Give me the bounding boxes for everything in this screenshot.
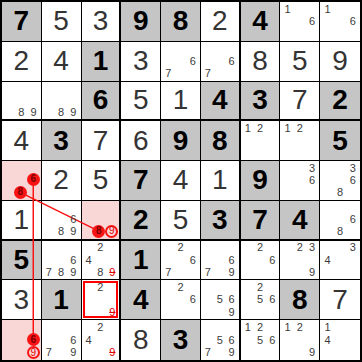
candidate-6: 6 bbox=[266, 334, 278, 347]
given-digit: 4 bbox=[212, 86, 228, 114]
candidate-1: 1 bbox=[242, 321, 254, 334]
cell-r2c3[interactable]: 1 bbox=[82, 42, 122, 82]
candidate-2: 2 bbox=[94, 281, 106, 293]
cell-r7c2[interactable]: 6789 bbox=[42, 241, 82, 281]
cell-r6c2[interactable]: 689 bbox=[42, 201, 82, 241]
candidate-2: 2 bbox=[254, 242, 266, 254]
cell-r7c3[interactable]: 2489 bbox=[82, 241, 122, 281]
cell-r3c1[interactable]: 89 bbox=[2, 82, 42, 122]
cell-r7c9[interactable]: 34 bbox=[320, 241, 360, 281]
circled-candidate-6: 6 bbox=[27, 333, 40, 346]
solved-digit: 4 bbox=[53, 47, 69, 75]
candidates-grid: 68 bbox=[2, 161, 41, 200]
given-digit: 4 bbox=[292, 206, 308, 234]
candidate-9: 9 bbox=[226, 346, 238, 359]
circled-candidate-6: 6 bbox=[27, 173, 40, 186]
cell-r6c3[interactable]: 89 bbox=[82, 201, 122, 241]
candidate-7: 7 bbox=[162, 266, 174, 278]
cell-r5c4[interactable]: 7 bbox=[121, 161, 161, 201]
candidates-grid: 1256 bbox=[241, 320, 280, 360]
solved-digit: 4 bbox=[14, 127, 30, 155]
cell-r3c4[interactable]: 5 bbox=[121, 82, 161, 122]
solved-digit: 2 bbox=[212, 7, 228, 35]
given-digit: 1 bbox=[53, 286, 69, 314]
eliminated-candidate-9: 9 bbox=[106, 306, 118, 318]
cell-r9c2[interactable]: 679 bbox=[42, 320, 82, 360]
candidate-5: 5 bbox=[254, 294, 266, 306]
candidates-grid: 249 bbox=[82, 320, 120, 360]
given-digit: 9 bbox=[173, 127, 189, 155]
candidate-6: 6 bbox=[346, 15, 359, 27]
given-digit: 6 bbox=[93, 86, 109, 114]
solved-digit: 8 bbox=[133, 326, 149, 354]
cell-r1c3[interactable]: 3 bbox=[82, 2, 122, 42]
candidates-grid: 368 bbox=[320, 161, 360, 200]
candidate-6: 6 bbox=[346, 214, 359, 226]
candidate-4: 4 bbox=[321, 254, 334, 266]
solved-digit: 4 bbox=[173, 166, 189, 194]
candidate-6: 6 bbox=[306, 15, 318, 27]
candidate-9: 9 bbox=[67, 106, 79, 118]
cell-r7c5[interactable]: 267 bbox=[161, 241, 201, 281]
candidates-grid: 89 bbox=[82, 201, 120, 239]
candidate-8: 8 bbox=[55, 266, 67, 278]
given-digit: 2 bbox=[332, 86, 348, 114]
cell-r6c5[interactable]: 5 bbox=[161, 201, 201, 241]
given-digit: 9 bbox=[133, 7, 149, 35]
candidate-6: 6 bbox=[226, 254, 238, 266]
given-digit: 4 bbox=[133, 286, 149, 314]
cell-r5c1[interactable]: 68 bbox=[2, 161, 42, 201]
candidate-6: 6 bbox=[187, 254, 199, 266]
candidate-6: 6 bbox=[226, 334, 238, 347]
cell-r8c9[interactable]: 7 bbox=[320, 280, 360, 320]
candidate-6: 6 bbox=[226, 55, 238, 67]
cell-r9c5[interactable]: 3 bbox=[161, 320, 201, 360]
cell-r2c5[interactable]: 67 bbox=[161, 42, 201, 82]
candidate-6: 6 bbox=[226, 294, 238, 306]
cell-r4c4[interactable]: 6 bbox=[121, 121, 161, 161]
candidate-3: 3 bbox=[346, 162, 359, 174]
given-digit: 1 bbox=[133, 246, 149, 274]
solved-digit: 7 bbox=[292, 86, 308, 114]
cell-r1c8[interactable]: 16 bbox=[280, 2, 320, 42]
candidate-6: 6 bbox=[67, 254, 79, 266]
cell-r8c5[interactable]: 26 bbox=[161, 280, 201, 320]
candidate-2: 2 bbox=[94, 321, 106, 334]
given-digit: 3 bbox=[53, 127, 69, 155]
solved-digit: 8 bbox=[252, 47, 268, 75]
candidate-3: 3 bbox=[306, 162, 318, 174]
circled-candidate-9: 9 bbox=[27, 346, 40, 359]
cell-r4c3[interactable]: 7 bbox=[82, 121, 122, 161]
solved-digit: 2 bbox=[14, 47, 30, 75]
candidate-3: 3 bbox=[306, 242, 318, 254]
given-digit: 1 bbox=[93, 47, 109, 75]
cell-r3c6[interactable]: 4 bbox=[201, 82, 241, 122]
given-digit: 2 bbox=[133, 206, 149, 234]
candidates-grid: 679 bbox=[201, 241, 239, 280]
cell-r3c3[interactable]: 6 bbox=[82, 82, 122, 122]
candidate-6: 6 bbox=[187, 294, 199, 306]
candidates-grid: 5679 bbox=[201, 320, 239, 360]
solved-digit: 5 bbox=[133, 86, 149, 114]
candidate-2: 2 bbox=[254, 281, 266, 293]
candidate-5: 5 bbox=[214, 334, 226, 347]
solved-digit: 3 bbox=[133, 47, 149, 75]
cell-r9c1[interactable]: 69 bbox=[2, 320, 42, 360]
solved-digit: 3 bbox=[93, 7, 109, 35]
given-digit: 7 bbox=[252, 206, 268, 234]
cell-r3c9[interactable]: 2 bbox=[320, 82, 360, 122]
given-digit: 8 bbox=[173, 7, 189, 35]
candidates-grid: 29 bbox=[82, 280, 120, 319]
candidates-grid: 569 bbox=[201, 280, 239, 319]
candidate-6: 6 bbox=[67, 334, 79, 347]
cell-r4c2[interactable]: 3 bbox=[42, 121, 82, 161]
given-digit: 5 bbox=[332, 127, 348, 155]
cell-r6c7[interactable]: 7 bbox=[241, 201, 281, 241]
candidate-4: 4 bbox=[83, 334, 95, 347]
candidate-6: 6 bbox=[187, 55, 199, 67]
cell-r9c6[interactable]: 5679 bbox=[201, 320, 241, 360]
candidate-1: 1 bbox=[242, 122, 254, 134]
cell-r8c1[interactable]: 3 bbox=[2, 280, 42, 320]
cell-r8c8[interactable]: 8 bbox=[280, 280, 320, 320]
candidates-grid: 69 bbox=[2, 320, 41, 360]
cell-r5c2[interactable]: 2 bbox=[42, 161, 82, 201]
candidates-grid: 256 bbox=[241, 280, 280, 319]
candidate-1: 1 bbox=[321, 321, 334, 334]
candidate-2: 2 bbox=[174, 281, 186, 293]
given-digit: 8 bbox=[292, 286, 308, 314]
candidate-9: 9 bbox=[226, 306, 238, 318]
candidates-grid: 129 bbox=[280, 320, 319, 360]
given-digit: 3 bbox=[173, 326, 189, 354]
cell-r3c2[interactable]: 89 bbox=[42, 82, 82, 122]
candidates-grid: 26 bbox=[241, 241, 280, 280]
candidate-2: 2 bbox=[254, 122, 266, 134]
solved-digit: 6 bbox=[133, 127, 149, 155]
candidate-3: 3 bbox=[346, 242, 359, 254]
cell-r5c6[interactable]: 1 bbox=[201, 161, 241, 201]
candidate-9: 9 bbox=[306, 266, 318, 278]
candidates-grid: 26 bbox=[161, 280, 200, 319]
candidate-7: 7 bbox=[202, 346, 214, 359]
cell-r1c2[interactable]: 5 bbox=[42, 2, 82, 42]
circled-candidate-9: 9 bbox=[105, 225, 118, 238]
candidates-grid: 34 bbox=[320, 241, 360, 280]
candidate-7: 7 bbox=[202, 266, 214, 278]
cell-r6c8[interactable]: 4 bbox=[280, 201, 320, 241]
candidate-8: 8 bbox=[94, 266, 106, 278]
given-digit: 3 bbox=[212, 206, 228, 234]
cell-r6c6[interactable]: 3 bbox=[201, 201, 241, 241]
sudoku-board: 7539824161624136767859898965143724376981… bbox=[0, 0, 362, 362]
candidate-9: 9 bbox=[306, 346, 318, 359]
cell-r4c7[interactable]: 12 bbox=[241, 121, 281, 161]
solved-digit: 5 bbox=[173, 206, 189, 234]
candidate-6: 6 bbox=[306, 174, 318, 186]
eliminated-candidate-9: 9 bbox=[106, 346, 118, 359]
candidate-7: 7 bbox=[162, 67, 174, 79]
candidate-1: 1 bbox=[281, 321, 293, 334]
cell-r2c7[interactable]: 8 bbox=[241, 42, 281, 82]
candidate-2: 2 bbox=[294, 242, 306, 254]
cell-r8c6[interactable]: 569 bbox=[201, 280, 241, 320]
candidates-grid: 689 bbox=[42, 201, 81, 239]
cell-r1c5[interactable]: 8 bbox=[161, 2, 201, 42]
candidates-grid: 16 bbox=[280, 2, 319, 41]
candidate-7: 7 bbox=[43, 346, 55, 359]
candidate-9: 9 bbox=[67, 266, 79, 278]
solved-digit: 2 bbox=[53, 166, 69, 194]
cell-r7c7[interactable]: 26 bbox=[241, 241, 281, 281]
candidate-9: 9 bbox=[67, 226, 79, 238]
solved-digit: 1 bbox=[14, 206, 30, 234]
candidates-grid: 6789 bbox=[42, 241, 81, 280]
cell-r4c6[interactable]: 8 bbox=[201, 121, 241, 161]
cell-r9c7[interactable]: 1256 bbox=[241, 320, 281, 360]
cell-r7c4[interactable]: 1 bbox=[121, 241, 161, 281]
cell-r1c9[interactable]: 16 bbox=[320, 2, 360, 42]
cell-r1c6[interactable]: 2 bbox=[201, 2, 241, 42]
given-digit: 4 bbox=[252, 7, 268, 35]
candidate-8: 8 bbox=[55, 106, 67, 118]
candidate-9: 9 bbox=[28, 106, 40, 118]
cell-r8c4[interactable]: 4 bbox=[121, 280, 161, 320]
cell-r5c7[interactable]: 9 bbox=[241, 161, 281, 201]
candidates-grid: 2489 bbox=[82, 241, 120, 280]
candidate-8: 8 bbox=[55, 226, 67, 238]
cell-r8c2[interactable]: 1 bbox=[42, 280, 82, 320]
cell-r1c1[interactable]: 7 bbox=[2, 2, 42, 42]
candidate-2: 2 bbox=[174, 242, 186, 254]
cell-r1c4[interactable]: 9 bbox=[121, 2, 161, 42]
candidate-2: 2 bbox=[294, 122, 306, 134]
candidate-2: 2 bbox=[94, 242, 106, 254]
cell-r4c5[interactable]: 9 bbox=[161, 121, 201, 161]
cell-r2c8[interactable]: 5 bbox=[280, 42, 320, 82]
solved-digit: 9 bbox=[332, 47, 348, 75]
candidate-6: 6 bbox=[266, 294, 278, 306]
cell-r2c4[interactable]: 3 bbox=[121, 42, 161, 82]
candidates-grid: 679 bbox=[42, 320, 81, 360]
candidate-4: 4 bbox=[83, 254, 95, 266]
candidates-grid: 12 bbox=[241, 121, 280, 160]
candidates-grid: 68 bbox=[320, 201, 360, 239]
candidate-9: 9 bbox=[226, 266, 238, 278]
candidates-grid: 12 bbox=[280, 121, 319, 160]
candidate-4: 4 bbox=[321, 334, 334, 347]
solved-digit: 5 bbox=[53, 7, 69, 35]
candidate-1: 1 bbox=[281, 3, 293, 15]
cell-r9c8[interactable]: 129 bbox=[280, 320, 320, 360]
given-digit: 5 bbox=[14, 246, 30, 274]
cell-r9c3[interactable]: 249 bbox=[82, 320, 122, 360]
cell-r1c7[interactable]: 4 bbox=[241, 2, 281, 42]
candidates-grid: 267 bbox=[161, 241, 200, 280]
candidate-8: 8 bbox=[15, 106, 27, 118]
candidate-5: 5 bbox=[214, 294, 226, 306]
given-digit: 3 bbox=[252, 86, 268, 114]
cell-r6c1[interactable]: 1 bbox=[2, 201, 42, 241]
cell-r2c2[interactable]: 4 bbox=[42, 42, 82, 82]
cell-r2c1[interactable]: 2 bbox=[2, 42, 42, 82]
candidate-1: 1 bbox=[321, 3, 334, 15]
solved-digit: 1 bbox=[173, 86, 189, 114]
circled-candidate-8: 8 bbox=[92, 225, 105, 238]
cell-r8c7[interactable]: 256 bbox=[241, 280, 281, 320]
cell-r7c1[interactable]: 5 bbox=[2, 241, 42, 281]
cell-r7c8[interactable]: 239 bbox=[280, 241, 320, 281]
candidate-6: 6 bbox=[266, 254, 278, 266]
candidate-8: 8 bbox=[334, 187, 347, 199]
candidate-1: 1 bbox=[281, 122, 293, 134]
candidates-grid: 14 bbox=[320, 320, 360, 360]
candidates-grid: 89 bbox=[42, 82, 81, 120]
cell-r2c6[interactable]: 67 bbox=[201, 42, 241, 82]
candidates-grid: 239 bbox=[280, 241, 319, 280]
solved-digit: 7 bbox=[332, 286, 348, 314]
given-digit: 9 bbox=[252, 166, 268, 194]
cell-r4c9[interactable]: 5 bbox=[320, 121, 360, 161]
cell-r4c8[interactable]: 12 bbox=[280, 121, 320, 161]
solved-digit: 5 bbox=[93, 166, 109, 194]
cell-r6c9[interactable]: 68 bbox=[320, 201, 360, 241]
cell-r6c4[interactable]: 2 bbox=[121, 201, 161, 241]
solved-digit: 5 bbox=[292, 47, 308, 75]
candidates-grid: 89 bbox=[2, 82, 41, 120]
cell-r9c4[interactable]: 8 bbox=[121, 320, 161, 360]
candidate-7: 7 bbox=[43, 266, 55, 278]
circled-candidate-8: 8 bbox=[14, 186, 27, 199]
candidate-6: 6 bbox=[346, 174, 359, 186]
cell-r3c8[interactable]: 7 bbox=[280, 82, 320, 122]
cell-r5c9[interactable]: 368 bbox=[320, 161, 360, 201]
cell-r7c6[interactable]: 679 bbox=[201, 241, 241, 281]
cell-r3c7[interactable]: 3 bbox=[241, 82, 281, 122]
candidate-2: 2 bbox=[294, 321, 306, 334]
candidates-grid: 16 bbox=[320, 2, 360, 41]
eliminated-candidate-9: 9 bbox=[106, 266, 118, 278]
cell-r5c8[interactable]: 36 bbox=[280, 161, 320, 201]
cell-r4c1[interactable]: 4 bbox=[2, 121, 42, 161]
candidate-8: 8 bbox=[334, 226, 347, 238]
cell-r8c3[interactable]: 29 bbox=[82, 280, 122, 320]
candidates-grid: 36 bbox=[280, 161, 319, 200]
candidate-2: 2 bbox=[254, 321, 266, 334]
given-digit: 8 bbox=[212, 127, 228, 155]
cell-r9c9[interactable]: 14 bbox=[320, 320, 360, 360]
candidate-7: 7 bbox=[202, 67, 214, 79]
cell-r5c3[interactable]: 5 bbox=[82, 161, 122, 201]
given-digit: 7 bbox=[14, 7, 30, 35]
candidates-grid: 67 bbox=[201, 42, 239, 81]
solved-digit: 7 bbox=[93, 127, 109, 155]
candidate-6: 6 bbox=[67, 214, 79, 226]
solved-digit: 3 bbox=[14, 286, 30, 314]
cell-r5c5[interactable]: 4 bbox=[161, 161, 201, 201]
cell-r3c5[interactable]: 1 bbox=[161, 82, 201, 122]
cell-r2c9[interactable]: 9 bbox=[320, 42, 360, 82]
candidates-grid: 67 bbox=[161, 42, 200, 81]
candidate-9: 9 bbox=[67, 346, 79, 359]
solved-digit: 1 bbox=[212, 166, 228, 194]
candidate-5: 5 bbox=[254, 334, 266, 347]
given-digit: 7 bbox=[133, 166, 149, 194]
